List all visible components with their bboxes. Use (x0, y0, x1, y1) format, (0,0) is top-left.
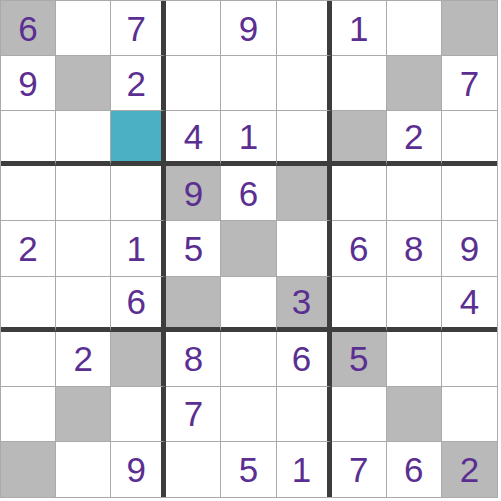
cell-r6c2[interactable] (56, 277, 111, 332)
cell-r7c8[interactable] (387, 332, 442, 387)
cell-r4c2[interactable] (56, 166, 111, 221)
cell-r6c6[interactable]: 3 (277, 277, 332, 332)
cell-r8c5[interactable] (221, 387, 276, 442)
cell-r3c4[interactable]: 4 (166, 111, 221, 166)
cell-r1c6[interactable] (277, 1, 332, 56)
cell-r8c1[interactable] (1, 387, 56, 442)
cell-r5c4[interactable]: 5 (166, 221, 221, 276)
cell-r9c7[interactable]: 7 (332, 442, 387, 497)
cell-r4c6[interactable] (277, 166, 332, 221)
cell-r2c5[interactable] (221, 56, 276, 111)
cell-r7c6[interactable]: 6 (277, 332, 332, 387)
cell-r1c8[interactable] (387, 1, 442, 56)
cell-r2c2[interactable] (56, 56, 111, 111)
cell-r4c7[interactable] (332, 166, 387, 221)
cell-r6c8[interactable] (387, 277, 442, 332)
cell-r5c6[interactable] (277, 221, 332, 276)
cell-r8c4[interactable]: 7 (166, 387, 221, 442)
cell-r5c2[interactable] (56, 221, 111, 276)
cell-r3c7[interactable] (332, 111, 387, 166)
cell-r5c8[interactable]: 8 (387, 221, 442, 276)
cell-r5c5[interactable] (221, 221, 276, 276)
cell-r2c8[interactable] (387, 56, 442, 111)
cell-r8c9[interactable] (442, 387, 497, 442)
cell-r9c2[interactable] (56, 442, 111, 497)
cell-r3c9[interactable] (442, 111, 497, 166)
cell-r8c8[interactable] (387, 387, 442, 442)
cell-r6c4[interactable] (166, 277, 221, 332)
cell-r4c5[interactable]: 6 (221, 166, 276, 221)
cell-r9c3[interactable]: 9 (111, 442, 166, 497)
cell-r4c1[interactable] (1, 166, 56, 221)
cell-r9c1[interactable] (1, 442, 56, 497)
cell-r7c4[interactable]: 8 (166, 332, 221, 387)
cell-r7c3[interactable] (111, 332, 166, 387)
cell-r8c7[interactable] (332, 387, 387, 442)
cell-r5c3[interactable]: 1 (111, 221, 166, 276)
cell-r4c3[interactable] (111, 166, 166, 221)
cell-r3c6[interactable] (277, 111, 332, 166)
cell-r8c3[interactable] (111, 387, 166, 442)
cell-r5c9[interactable]: 9 (442, 221, 497, 276)
cell-r1c2[interactable] (56, 1, 111, 56)
cell-r9c6[interactable]: 1 (277, 442, 332, 497)
cell-r1c3[interactable]: 7 (111, 1, 166, 56)
cell-r4c4[interactable]: 9 (166, 166, 221, 221)
cell-r8c6[interactable] (277, 387, 332, 442)
cell-r1c7[interactable]: 1 (332, 1, 387, 56)
cell-r7c9[interactable] (442, 332, 497, 387)
cell-r2c9[interactable]: 7 (442, 56, 497, 111)
cell-r8c2[interactable] (56, 387, 111, 442)
cell-r7c7[interactable]: 5 (332, 332, 387, 387)
cell-r6c1[interactable] (1, 277, 56, 332)
sudoku-board: 67919274129621568963428657951762 (0, 0, 498, 498)
cell-r4c9[interactable] (442, 166, 497, 221)
cell-r9c4[interactable] (166, 442, 221, 497)
cell-r3c2[interactable] (56, 111, 111, 166)
cell-r7c5[interactable] (221, 332, 276, 387)
cell-r2c6[interactable] (277, 56, 332, 111)
cell-r6c3[interactable]: 6 (111, 277, 166, 332)
cell-r2c3[interactable]: 2 (111, 56, 166, 111)
cell-r7c2[interactable]: 2 (56, 332, 111, 387)
cell-r7c1[interactable] (1, 332, 56, 387)
cell-r3c1[interactable] (1, 111, 56, 166)
cell-r3c8[interactable]: 2 (387, 111, 442, 166)
cell-r1c1[interactable]: 6 (1, 1, 56, 56)
cell-r5c7[interactable]: 6 (332, 221, 387, 276)
cell-r6c9[interactable]: 4 (442, 277, 497, 332)
cell-r2c1[interactable]: 9 (1, 56, 56, 111)
cell-r2c7[interactable] (332, 56, 387, 111)
cell-r5c1[interactable]: 2 (1, 221, 56, 276)
cell-r9c5[interactable]: 5 (221, 442, 276, 497)
cell-r3c5[interactable]: 1 (221, 111, 276, 166)
cell-r3c3[interactable] (111, 111, 166, 166)
cell-r1c9[interactable] (442, 1, 497, 56)
cell-r6c7[interactable] (332, 277, 387, 332)
cell-r1c5[interactable]: 9 (221, 1, 276, 56)
cell-r1c4[interactable] (166, 1, 221, 56)
cell-r9c9[interactable]: 2 (442, 442, 497, 497)
cell-r6c5[interactable] (221, 277, 276, 332)
cell-r4c8[interactable] (387, 166, 442, 221)
cell-r2c4[interactable] (166, 56, 221, 111)
cell-r9c8[interactable]: 6 (387, 442, 442, 497)
